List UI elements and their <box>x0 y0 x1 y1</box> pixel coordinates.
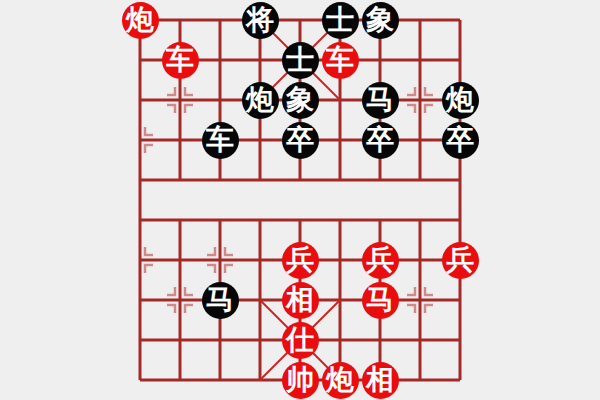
piece-red-chariot[interactable]: 车 <box>322 42 359 79</box>
piece-glyph: 兵 <box>286 246 314 274</box>
piece-glyph: 卒 <box>286 126 314 154</box>
piece-black-soldier[interactable]: 卒 <box>362 122 399 159</box>
piece-glyph: 仕 <box>286 326 314 354</box>
piece-red-horse[interactable]: 马 <box>362 282 399 319</box>
piece-black-cannon[interactable]: 炮 <box>242 82 279 119</box>
piece-glyph: 马 <box>206 286 234 314</box>
piece-black-soldier[interactable]: 卒 <box>282 122 319 159</box>
piece-glyph: 车 <box>326 46 354 74</box>
piece-red-soldier[interactable]: 兵 <box>442 242 479 279</box>
piece-glyph: 炮 <box>446 86 474 114</box>
piece-red-cannon[interactable]: 炮 <box>322 362 359 399</box>
piece-black-horse[interactable]: 马 <box>202 282 239 319</box>
piece-glyph: 象 <box>366 6 394 34</box>
piece-glyph: 士 <box>286 46 314 74</box>
piece-red-soldier[interactable]: 兵 <box>282 242 319 279</box>
piece-glyph: 相 <box>286 286 314 314</box>
piece-black-elephant[interactable]: 象 <box>282 82 319 119</box>
piece-black-advisor[interactable]: 士 <box>322 2 359 39</box>
piece-black-soldier[interactable]: 卒 <box>442 122 479 159</box>
piece-red-elephant[interactable]: 相 <box>282 282 319 319</box>
piece-glyph: 炮 <box>246 86 274 114</box>
piece-black-horse[interactable]: 马 <box>362 82 399 119</box>
piece-glyph: 兵 <box>446 246 474 274</box>
piece-black-elephant[interactable]: 象 <box>362 2 399 39</box>
piece-glyph: 士 <box>326 6 354 34</box>
piece-glyph: 相 <box>366 366 394 394</box>
piece-red-advisor[interactable]: 仕 <box>282 322 319 359</box>
piece-glyph: 兵 <box>366 246 394 274</box>
xiangqi-board: 炮车车兵兵兵相马仕帅炮相将士象士炮象马炮车卒卒卒马 <box>0 0 600 400</box>
piece-red-elephant[interactable]: 相 <box>362 362 399 399</box>
piece-black-advisor[interactable]: 士 <box>282 42 319 79</box>
piece-glyph: 卒 <box>366 126 394 154</box>
piece-red-general[interactable]: 帅 <box>282 362 319 399</box>
piece-red-soldier[interactable]: 兵 <box>362 242 399 279</box>
piece-glyph: 车 <box>166 46 194 74</box>
piece-black-chariot[interactable]: 车 <box>202 122 239 159</box>
piece-glyph: 车 <box>206 126 234 154</box>
piece-glyph: 象 <box>286 86 314 114</box>
piece-glyph: 炮 <box>326 366 354 394</box>
piece-glyph: 卒 <box>446 126 474 154</box>
piece-glyph: 将 <box>246 6 274 34</box>
piece-glyph: 炮 <box>126 6 154 34</box>
piece-glyph: 马 <box>366 86 394 114</box>
piece-red-cannon[interactable]: 炮 <box>122 2 159 39</box>
piece-black-general[interactable]: 将 <box>242 2 279 39</box>
piece-black-cannon[interactable]: 炮 <box>442 82 479 119</box>
piece-red-chariot[interactable]: 车 <box>162 42 199 79</box>
piece-glyph: 帅 <box>286 366 314 394</box>
piece-glyph: 马 <box>366 286 394 314</box>
